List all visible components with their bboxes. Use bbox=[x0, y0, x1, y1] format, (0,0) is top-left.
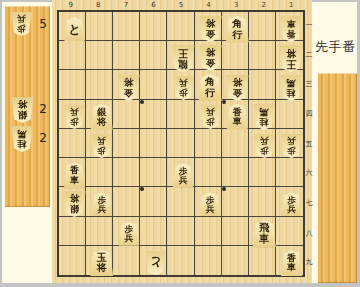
piece-kanji: 将 bbox=[286, 48, 296, 59]
sente-bishop-piece[interactable]: 角行 bbox=[225, 16, 249, 43]
file-label: 8 bbox=[85, 1, 113, 10]
square bbox=[167, 100, 194, 129]
gote-hand-count-silver: 2 bbox=[36, 102, 50, 116]
piece-kanji: 兵 bbox=[260, 137, 269, 146]
square bbox=[167, 187, 194, 216]
piece-kanji: 桂 bbox=[260, 117, 269, 127]
rank-label: 九 bbox=[306, 247, 313, 277]
sente-bishop-piece[interactable]: 角行 bbox=[198, 74, 222, 101]
piece-kanji: 将 bbox=[97, 263, 107, 274]
rank-label: 一 bbox=[306, 10, 313, 40]
piece-kanji: 歩 bbox=[287, 146, 296, 155]
piece-kanji: 歩 bbox=[260, 146, 269, 155]
square bbox=[249, 70, 276, 99]
square bbox=[167, 129, 194, 158]
gote-hand-count-knight: 2 bbox=[36, 131, 50, 145]
square bbox=[140, 12, 167, 41]
square bbox=[113, 129, 140, 158]
file-label: 6 bbox=[140, 1, 168, 10]
square bbox=[113, 100, 140, 129]
square bbox=[113, 41, 140, 70]
gote-silver-piece[interactable]: 銀将 bbox=[63, 191, 86, 217]
gote-silver-piece[interactable]: 銀将 bbox=[11, 97, 34, 123]
square bbox=[140, 100, 167, 129]
piece-kanji: 銀 bbox=[97, 107, 107, 117]
gote-pawn-piece[interactable]: 歩兵 bbox=[11, 12, 32, 36]
square bbox=[222, 41, 249, 70]
piece-kanji: 将 bbox=[205, 19, 215, 29]
square bbox=[140, 129, 167, 158]
square bbox=[59, 41, 86, 70]
square bbox=[140, 158, 167, 187]
rank-coordinate-labels: 一二三四五六七八九 bbox=[306, 10, 313, 277]
piece-kanji: 銀 bbox=[70, 204, 80, 214]
rank-label: 三 bbox=[306, 69, 313, 99]
piece-kanji: 行 bbox=[205, 88, 215, 99]
piece-kanji: 兵 bbox=[206, 204, 215, 213]
square bbox=[249, 41, 276, 70]
sente-king-piece[interactable]: 玉将 bbox=[90, 249, 114, 276]
square bbox=[167, 217, 194, 246]
square bbox=[140, 41, 167, 70]
piece-kanji: 車 bbox=[70, 175, 79, 185]
piece-kanji: 将 bbox=[205, 48, 215, 58]
rank-label: 七 bbox=[306, 188, 313, 218]
square bbox=[222, 158, 249, 187]
piece-kanji: 車 bbox=[233, 117, 242, 127]
sente-tokin-piece[interactable]: と bbox=[64, 17, 85, 41]
rank-label: 五 bbox=[306, 129, 313, 159]
rank-label: 二 bbox=[306, 40, 313, 70]
piece-kanji: と bbox=[150, 257, 162, 270]
sente-hand-tray bbox=[318, 73, 357, 283]
piece-kanji: 龍 bbox=[178, 58, 188, 69]
piece-kanji: 歩 bbox=[97, 146, 106, 155]
piece-kanji: 馬 bbox=[287, 78, 296, 88]
gote-dragon-piece[interactable]: 龍王 bbox=[171, 45, 195, 72]
piece-kanji: 兵 bbox=[125, 234, 134, 243]
file-label: 9 bbox=[57, 1, 85, 10]
square bbox=[59, 246, 86, 275]
piece-kanji: 車 bbox=[287, 19, 296, 29]
piece-kanji: 兵 bbox=[97, 204, 106, 213]
piece-kanji: 角 bbox=[232, 18, 242, 29]
piece-kanji: 行 bbox=[232, 29, 242, 40]
shogi-app-window: 歩兵5銀将2桂馬2 と金将角行香車龍王金将王将金将歩兵角行金将桂馬歩兵銀将歩兵香… bbox=[0, 0, 360, 287]
file-label: 2 bbox=[250, 1, 278, 10]
file-label: 7 bbox=[112, 1, 140, 10]
piece-kanji: と bbox=[68, 23, 80, 36]
file-label: 3 bbox=[222, 1, 250, 10]
square bbox=[276, 158, 303, 187]
gote-pawn-piece[interactable]: 歩兵 bbox=[281, 134, 302, 158]
square bbox=[59, 70, 86, 99]
square bbox=[59, 217, 86, 246]
square bbox=[86, 41, 113, 70]
piece-kanji: 車 bbox=[287, 263, 296, 273]
sente-lance-piece[interactable]: 香車 bbox=[64, 162, 86, 188]
piece-kanji: 兵 bbox=[206, 108, 215, 117]
square bbox=[249, 187, 276, 216]
piece-kanji: 将 bbox=[97, 117, 107, 127]
sente-pawn-piece[interactable]: 歩兵 bbox=[173, 163, 194, 187]
square bbox=[167, 12, 194, 41]
file-label: 5 bbox=[167, 1, 195, 10]
shogi-board: と金将角行香車龍王金将王将金将歩兵角行金将桂馬歩兵銀将歩兵香車桂馬歩兵歩兵歩兵香… bbox=[52, 0, 312, 283]
rank-label: 八 bbox=[306, 218, 313, 248]
piece-kanji: 馬 bbox=[260, 107, 269, 117]
square bbox=[113, 158, 140, 187]
square bbox=[113, 187, 140, 216]
square bbox=[195, 246, 222, 275]
sente-rook-piece[interactable]: 飛車 bbox=[252, 220, 276, 247]
piece-kanji: 桂 bbox=[287, 88, 296, 98]
piece-kanji: 銀 bbox=[18, 110, 28, 120]
square bbox=[113, 12, 140, 41]
turn-indicator: 先手番 bbox=[315, 38, 360, 56]
gote-knight-piece[interactable]: 桂馬 bbox=[11, 126, 33, 152]
piece-kanji: 金 bbox=[232, 88, 242, 98]
square bbox=[222, 187, 249, 216]
square bbox=[249, 158, 276, 187]
piece-kanji: 香 bbox=[287, 29, 296, 39]
sente-silver-piece[interactable]: 銀将 bbox=[90, 104, 113, 130]
sente-lance-piece[interactable]: 香車 bbox=[280, 250, 302, 276]
sente-pawn-piece[interactable]: 歩兵 bbox=[281, 192, 302, 216]
piece-kanji: 歩 bbox=[179, 166, 188, 175]
gote-gold-piece[interactable]: 金将 bbox=[226, 75, 249, 101]
square bbox=[140, 187, 167, 216]
rank-label: 四 bbox=[306, 99, 313, 129]
square bbox=[222, 217, 249, 246]
square bbox=[222, 246, 249, 275]
square bbox=[195, 158, 222, 187]
file-coordinate-labels: 987654321 bbox=[57, 1, 305, 10]
piece-kanji: 歩 bbox=[206, 117, 215, 126]
square bbox=[195, 217, 222, 246]
piece-kanji: 王 bbox=[178, 48, 188, 59]
file-label: 1 bbox=[278, 1, 306, 10]
piece-kanji: 玉 bbox=[97, 252, 107, 263]
piece-kanji: 兵 bbox=[70, 108, 79, 117]
gote-hand-count-pawn: 5 bbox=[36, 17, 50, 31]
square bbox=[249, 12, 276, 41]
star-point bbox=[222, 100, 226, 104]
square bbox=[276, 100, 303, 129]
sente-pawn-piece[interactable]: 歩兵 bbox=[118, 222, 139, 246]
piece-kanji: 金 bbox=[205, 29, 215, 39]
piece-kanji: 将 bbox=[124, 77, 134, 87]
square bbox=[86, 70, 113, 99]
gote-pawn-piece[interactable]: 歩兵 bbox=[64, 105, 85, 129]
square bbox=[276, 217, 303, 246]
sente-lance-piece[interactable]: 香車 bbox=[226, 104, 248, 130]
piece-kanji: 兵 bbox=[17, 15, 26, 24]
piece-kanji: 角 bbox=[205, 77, 215, 88]
star-point bbox=[140, 100, 144, 104]
piece-kanji: 兵 bbox=[179, 78, 188, 87]
square bbox=[140, 70, 167, 99]
gote-gold-piece[interactable]: 金将 bbox=[117, 75, 140, 101]
square bbox=[59, 129, 86, 158]
piece-kanji: 兵 bbox=[287, 137, 296, 146]
piece-kanji: 金 bbox=[205, 58, 215, 68]
square bbox=[86, 12, 113, 41]
square bbox=[113, 246, 140, 275]
sente-pawn-piece[interactable]: 歩兵 bbox=[91, 192, 112, 216]
piece-kanji: 桂 bbox=[18, 139, 27, 149]
rank-label: 六 bbox=[306, 158, 313, 188]
piece-kanji: 歩 bbox=[70, 117, 79, 126]
piece-kanji: 歩 bbox=[179, 88, 188, 97]
square bbox=[86, 217, 113, 246]
gote-hand-tray: 歩兵5銀将2桂馬2 bbox=[5, 6, 50, 207]
piece-kanji: 将 bbox=[232, 77, 242, 87]
sente-pawn-piece[interactable]: 歩兵 bbox=[200, 192, 221, 216]
square bbox=[195, 129, 222, 158]
board-grid: と金将角行香車龍王金将王将金将歩兵角行金将桂馬歩兵銀将歩兵香車桂馬歩兵歩兵歩兵香… bbox=[57, 10, 305, 277]
piece-kanji: 将 bbox=[70, 194, 80, 204]
square bbox=[86, 158, 113, 187]
square bbox=[167, 246, 194, 275]
file-label: 4 bbox=[195, 1, 223, 10]
piece-kanji: 兵 bbox=[287, 204, 296, 213]
piece-kanji: 兵 bbox=[97, 137, 106, 146]
square bbox=[222, 129, 249, 158]
square bbox=[140, 217, 167, 246]
piece-kanji: 馬 bbox=[18, 129, 27, 139]
gote-pawn-piece[interactable]: 歩兵 bbox=[91, 134, 112, 158]
star-point bbox=[140, 187, 144, 191]
piece-kanji: 金 bbox=[124, 88, 134, 98]
piece-kanji: 香 bbox=[70, 166, 79, 176]
piece-kanji: 王 bbox=[286, 58, 296, 69]
gote-pawn-piece[interactable]: 歩兵 bbox=[254, 134, 275, 158]
piece-kanji: 将 bbox=[18, 100, 28, 110]
piece-kanji: 車 bbox=[259, 234, 269, 245]
piece-kanji: 歩 bbox=[17, 24, 26, 33]
square bbox=[249, 246, 276, 275]
piece-kanji: 飛 bbox=[259, 223, 269, 234]
piece-kanji: 兵 bbox=[179, 175, 188, 184]
star-point bbox=[222, 187, 226, 191]
